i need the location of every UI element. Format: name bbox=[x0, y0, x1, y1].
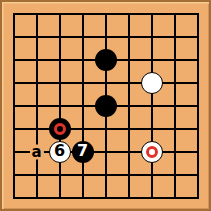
intersection-c2-r1[interactable] bbox=[48, 25, 71, 48]
intersection-c7-r4[interactable] bbox=[163, 94, 186, 117]
intersection-c2-r7[interactable] bbox=[48, 163, 71, 186]
intersection-c7-r1[interactable] bbox=[163, 25, 186, 48]
grid-line-horizontal bbox=[13, 197, 26, 199]
grid-line-horizontal bbox=[140, 197, 163, 199]
point-label-a: a bbox=[29, 144, 43, 159]
grid-line-horizontal bbox=[163, 197, 186, 199]
white-stone bbox=[141, 141, 163, 163]
grid-line-horizontal bbox=[117, 13, 140, 15]
grid-line-horizontal bbox=[163, 59, 186, 61]
grid-line-horizontal bbox=[186, 36, 199, 38]
grid-line-horizontal bbox=[163, 128, 186, 130]
grid-line-horizontal bbox=[163, 13, 186, 15]
grid-line-horizontal bbox=[140, 128, 163, 130]
intersection-c8-r5[interactable] bbox=[186, 117, 209, 140]
intersection-c0-r1[interactable] bbox=[2, 25, 25, 48]
grid-line-horizontal bbox=[13, 13, 26, 15]
grid-line-horizontal bbox=[117, 128, 140, 130]
intersection-c3-r3[interactable] bbox=[71, 71, 94, 94]
grid-line-horizontal bbox=[71, 128, 94, 130]
grid-line-horizontal bbox=[94, 13, 117, 15]
intersection-c1-r1[interactable] bbox=[25, 25, 48, 48]
grid-line-horizontal bbox=[140, 13, 163, 15]
intersection-c3-r6[interactable]: 7 bbox=[71, 140, 94, 163]
grid-line-horizontal bbox=[71, 105, 94, 107]
intersection-c7-r6[interactable] bbox=[163, 140, 186, 163]
grid-line-horizontal bbox=[48, 174, 71, 176]
intersection-c5-r6[interactable] bbox=[117, 140, 140, 163]
intersection-c3-r2[interactable] bbox=[71, 48, 94, 71]
intersection-c3-r4[interactable] bbox=[71, 94, 94, 117]
grid-line-horizontal bbox=[117, 82, 140, 84]
grid-line-horizontal bbox=[13, 151, 26, 153]
go-board: a67 bbox=[0, 0, 211, 211]
intersection-c7-r3[interactable] bbox=[163, 71, 186, 94]
grid-line-horizontal bbox=[13, 174, 26, 176]
grid-line-horizontal bbox=[186, 197, 199, 199]
intersection-c8-r0[interactable] bbox=[186, 2, 209, 25]
intersection-c8-r3[interactable] bbox=[186, 71, 209, 94]
intersection-c2-r8[interactable] bbox=[48, 186, 71, 209]
grid-line-horizontal bbox=[48, 105, 71, 107]
intersection-c1-r3[interactable] bbox=[25, 71, 48, 94]
intersection-c3-r8[interactable] bbox=[71, 186, 94, 209]
intersection-c4-r5[interactable] bbox=[94, 117, 117, 140]
grid-line-horizontal bbox=[94, 151, 117, 153]
grid-line-horizontal bbox=[140, 59, 163, 61]
grid-line-horizontal bbox=[13, 82, 26, 84]
grid-line-horizontal bbox=[163, 82, 186, 84]
intersection-c2-r4[interactable] bbox=[48, 94, 71, 117]
intersection-c2-r3[interactable] bbox=[48, 71, 71, 94]
grid-line-horizontal bbox=[94, 128, 117, 130]
intersection-c4-r2[interactable] bbox=[94, 48, 117, 71]
intersection-c0-r0[interactable] bbox=[2, 2, 25, 25]
grid-line-horizontal bbox=[13, 59, 26, 61]
black-stone bbox=[49, 118, 71, 140]
grid-line-horizontal bbox=[94, 174, 117, 176]
intersection-c5-r1[interactable] bbox=[117, 25, 140, 48]
intersection-c0-r6[interactable] bbox=[2, 140, 25, 163]
grid-line-horizontal bbox=[117, 174, 140, 176]
grid-line-horizontal bbox=[186, 13, 199, 15]
intersection-c1-r0[interactable] bbox=[25, 2, 48, 25]
intersection-c5-r5[interactable] bbox=[117, 117, 140, 140]
intersection-c1-r5[interactable] bbox=[25, 117, 48, 140]
intersection-c8-r7[interactable] bbox=[186, 163, 209, 186]
grid-line-horizontal bbox=[48, 59, 71, 61]
black-stone bbox=[95, 49, 117, 71]
grid-line-horizontal bbox=[48, 36, 71, 38]
intersection-c0-r4[interactable] bbox=[2, 94, 25, 117]
grid-line-horizontal bbox=[25, 174, 48, 176]
grid-line-horizontal bbox=[186, 151, 199, 153]
grid-line-horizontal bbox=[186, 59, 199, 61]
intersection-c7-r0[interactable] bbox=[163, 2, 186, 25]
grid-line-horizontal bbox=[94, 82, 117, 84]
intersection-c3-r0[interactable] bbox=[71, 2, 94, 25]
circle-marker-icon bbox=[54, 123, 66, 135]
intersection-c0-r3[interactable] bbox=[2, 71, 25, 94]
grid-line-horizontal bbox=[186, 174, 199, 176]
grid-line-horizontal bbox=[25, 128, 48, 130]
intersection-c8-r1[interactable] bbox=[186, 25, 209, 48]
intersection-c7-r8[interactable] bbox=[163, 186, 186, 209]
grid-line-horizontal bbox=[48, 197, 71, 199]
intersection-c4-r8[interactable] bbox=[94, 186, 117, 209]
grid-line-horizontal bbox=[71, 197, 94, 199]
intersection-c7-r2[interactable] bbox=[163, 48, 186, 71]
grid-line-horizontal bbox=[48, 82, 71, 84]
intersection-c3-r7[interactable] bbox=[71, 163, 94, 186]
intersection-c6-r6[interactable] bbox=[140, 140, 163, 163]
intersection-c4-r1[interactable] bbox=[94, 25, 117, 48]
intersection-c5-r2[interactable] bbox=[117, 48, 140, 71]
intersection-c4-r0[interactable] bbox=[94, 2, 117, 25]
intersection-c6-r8[interactable] bbox=[140, 186, 163, 209]
intersection-c8-r2[interactable] bbox=[186, 48, 209, 71]
grid-line-horizontal bbox=[71, 59, 94, 61]
grid-line-horizontal bbox=[163, 36, 186, 38]
grid-line-horizontal bbox=[25, 59, 48, 61]
grid-line-horizontal bbox=[71, 174, 94, 176]
intersection-c7-r7[interactable] bbox=[163, 163, 186, 186]
intersection-c6-r7[interactable] bbox=[140, 163, 163, 186]
grid-line-horizontal bbox=[25, 82, 48, 84]
intersection-c6-r0[interactable] bbox=[140, 2, 163, 25]
intersection-c8-r4[interactable] bbox=[186, 94, 209, 117]
intersection-c2-r6[interactable]: 6 bbox=[48, 140, 71, 163]
intersection-c5-r3[interactable] bbox=[117, 71, 140, 94]
grid-line-horizontal bbox=[117, 197, 140, 199]
grid-line-horizontal bbox=[25, 105, 48, 107]
intersection-c3-r1[interactable] bbox=[71, 25, 94, 48]
black-stone: 7 bbox=[72, 141, 94, 163]
grid-line-horizontal bbox=[94, 197, 117, 199]
intersection-c4-r7[interactable] bbox=[94, 163, 117, 186]
grid-line-horizontal bbox=[186, 128, 199, 130]
intersection-c3-r5[interactable] bbox=[71, 117, 94, 140]
intersection-c0-r5[interactable] bbox=[2, 117, 25, 140]
grid-line-horizontal bbox=[48, 13, 71, 15]
grid-line-horizontal bbox=[117, 59, 140, 61]
grid-line-horizontal bbox=[25, 13, 48, 15]
grid-line-horizontal bbox=[186, 82, 199, 84]
grid-line-horizontal bbox=[117, 36, 140, 38]
intersection-c6-r2[interactable] bbox=[140, 48, 163, 71]
grid-line-horizontal bbox=[186, 105, 199, 107]
grid-line-horizontal bbox=[71, 82, 94, 84]
intersection-c4-r6[interactable] bbox=[94, 140, 117, 163]
grid-line-horizontal bbox=[71, 13, 94, 15]
grid-line-horizontal bbox=[94, 36, 117, 38]
grid-line-horizontal bbox=[13, 128, 26, 130]
goban-grid: a67 bbox=[2, 2, 209, 209]
grid-line-horizontal bbox=[25, 197, 48, 199]
intersection-c2-r0[interactable] bbox=[48, 2, 71, 25]
white-stone: 6 bbox=[49, 141, 71, 163]
grid-line-horizontal bbox=[25, 36, 48, 38]
intersection-c5-r7[interactable] bbox=[117, 163, 140, 186]
intersection-c5-r4[interactable] bbox=[117, 94, 140, 117]
grid-line-horizontal bbox=[140, 36, 163, 38]
intersection-c2-r5[interactable] bbox=[48, 117, 71, 140]
intersection-c0-r7[interactable] bbox=[2, 163, 25, 186]
intersection-c5-r8[interactable] bbox=[117, 186, 140, 209]
intersection-c7-r5[interactable] bbox=[163, 117, 186, 140]
grid-line-horizontal bbox=[13, 105, 26, 107]
grid-line-horizontal bbox=[117, 105, 140, 107]
intersection-c6-r5[interactable] bbox=[140, 117, 163, 140]
grid-line-horizontal bbox=[71, 36, 94, 38]
grid-line-horizontal bbox=[163, 105, 186, 107]
intersection-c0-r8[interactable] bbox=[2, 186, 25, 209]
intersection-c6-r1[interactable] bbox=[140, 25, 163, 48]
white-stone bbox=[141, 72, 163, 94]
stone-move-number: 6 bbox=[54, 143, 65, 159]
intersection-c1-r2[interactable] bbox=[25, 48, 48, 71]
grid-line-horizontal bbox=[163, 174, 186, 176]
intersection-c1-r6[interactable]: a bbox=[25, 140, 48, 163]
intersection-c5-r0[interactable] bbox=[117, 2, 140, 25]
grid-line-horizontal bbox=[13, 36, 26, 38]
stone-move-number: 7 bbox=[77, 143, 88, 159]
intersection-c2-r2[interactable] bbox=[48, 48, 71, 71]
intersection-c6-r4[interactable] bbox=[140, 94, 163, 117]
grid-line-horizontal bbox=[140, 105, 163, 107]
intersection-c8-r8[interactable] bbox=[186, 186, 209, 209]
intersection-c4-r4[interactable] bbox=[94, 94, 117, 117]
intersection-c1-r4[interactable] bbox=[25, 94, 48, 117]
intersection-c1-r8[interactable] bbox=[25, 186, 48, 209]
circle-marker-icon bbox=[146, 146, 158, 158]
intersection-c1-r7[interactable] bbox=[25, 163, 48, 186]
intersection-c4-r3[interactable] bbox=[94, 71, 117, 94]
intersection-c0-r2[interactable] bbox=[2, 48, 25, 71]
grid-line-horizontal bbox=[117, 151, 140, 153]
intersection-c8-r6[interactable] bbox=[186, 140, 209, 163]
grid-line-horizontal bbox=[163, 151, 186, 153]
intersection-c6-r3[interactable] bbox=[140, 71, 163, 94]
grid-line-horizontal bbox=[140, 174, 163, 176]
black-stone bbox=[95, 95, 117, 117]
